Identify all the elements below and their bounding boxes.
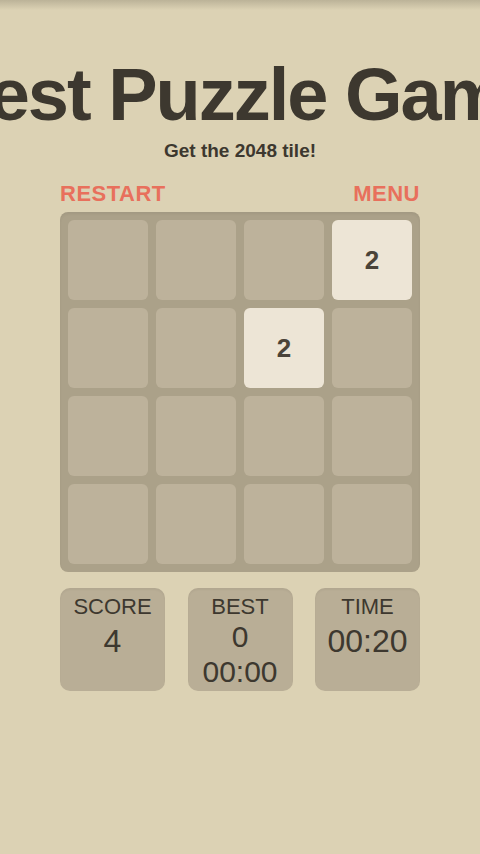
board[interactable]: 22 xyxy=(60,212,420,572)
board-cell xyxy=(68,220,148,300)
board-cell xyxy=(68,308,148,388)
controls-bar: RESTART MENU xyxy=(60,183,420,205)
time-box: TIME 00:20 xyxy=(315,588,420,691)
board-cell xyxy=(332,308,412,388)
board-cell xyxy=(156,484,236,564)
status-bar-shadow xyxy=(0,0,480,10)
board-cell xyxy=(332,484,412,564)
board-cell xyxy=(244,396,324,476)
board-cell xyxy=(156,220,236,300)
time-value: 00:20 xyxy=(327,624,407,659)
best-box: BEST 0 00:00 xyxy=(188,588,293,691)
menu-button[interactable]: MENU xyxy=(353,183,420,205)
board-cell xyxy=(68,484,148,564)
app-subtitle: Get the 2048 tile! xyxy=(0,140,480,162)
stats-bar: SCORE 4 BEST 0 00:00 TIME 00:20 xyxy=(60,588,420,691)
board-cell xyxy=(156,396,236,476)
tile-2: 2 xyxy=(332,220,412,300)
best-value: 0 xyxy=(232,620,249,654)
best-time: 00:00 xyxy=(202,655,277,689)
app-title: Best Puzzle Game xyxy=(0,56,480,134)
best-label: BEST xyxy=(211,595,268,619)
board-cell xyxy=(244,220,324,300)
restart-button[interactable]: RESTART xyxy=(60,183,166,205)
board-cell xyxy=(156,308,236,388)
time-label: TIME xyxy=(341,595,394,619)
score-value: 4 xyxy=(104,624,122,659)
tile-2: 2 xyxy=(244,308,324,388)
score-label: SCORE xyxy=(73,595,151,619)
board-cell xyxy=(332,396,412,476)
score-box: SCORE 4 xyxy=(60,588,165,691)
board-cell xyxy=(244,484,324,564)
board-cell xyxy=(68,396,148,476)
